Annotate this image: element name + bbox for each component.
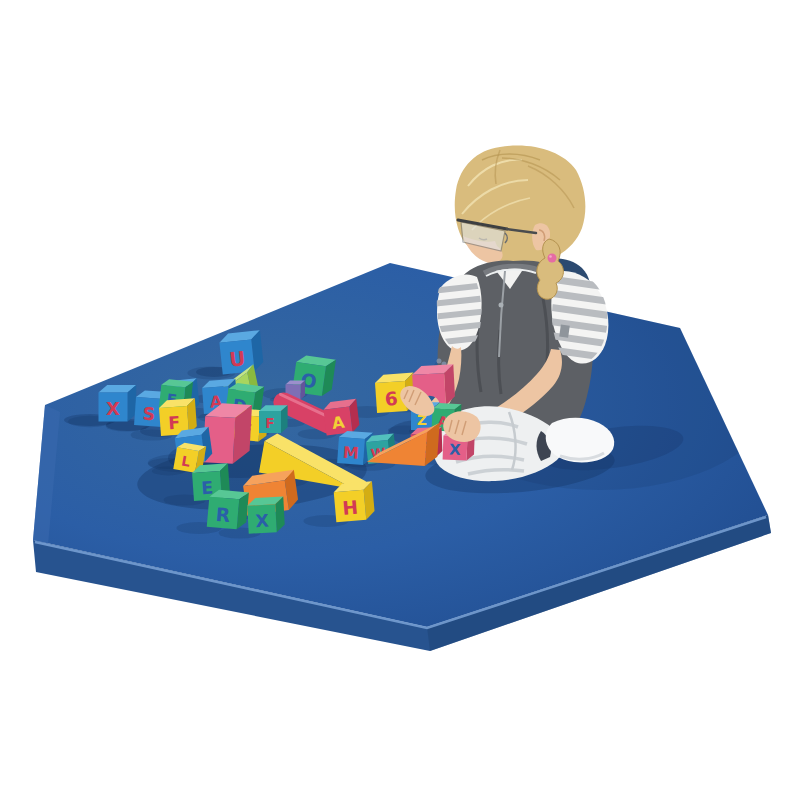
foam-block-x: X <box>99 385 137 422</box>
hair-tie <box>548 254 557 263</box>
block-letter: X <box>449 441 462 459</box>
block-letter: R <box>215 504 231 526</box>
sleeve-tag <box>559 325 570 338</box>
foam-block-u: U <box>219 330 265 374</box>
block-letter: H <box>341 497 358 519</box>
foam-block-x: X <box>247 497 285 534</box>
block-letter: F <box>265 415 274 431</box>
zipper-pull <box>499 303 504 308</box>
block-letter: U <box>228 347 246 372</box>
block-letter: 6 <box>384 388 398 410</box>
foam-block-r: R <box>207 489 249 530</box>
foam-block-h: H <box>333 481 375 522</box>
foam-block-f: F <box>259 405 288 433</box>
block-letter: S <box>142 403 156 424</box>
hair-tie-highlight <box>549 255 552 258</box>
block-letter: X <box>106 398 120 419</box>
block-letter: F <box>168 412 181 433</box>
product-photo: UXSMEADOFAFLFMWLERXH6 <box>0 0 800 800</box>
block-letter: X <box>255 510 270 531</box>
scene-svg: UXSMEADOFAFLFMWLERXH6 <box>0 0 800 800</box>
block-letter: M <box>342 443 359 463</box>
